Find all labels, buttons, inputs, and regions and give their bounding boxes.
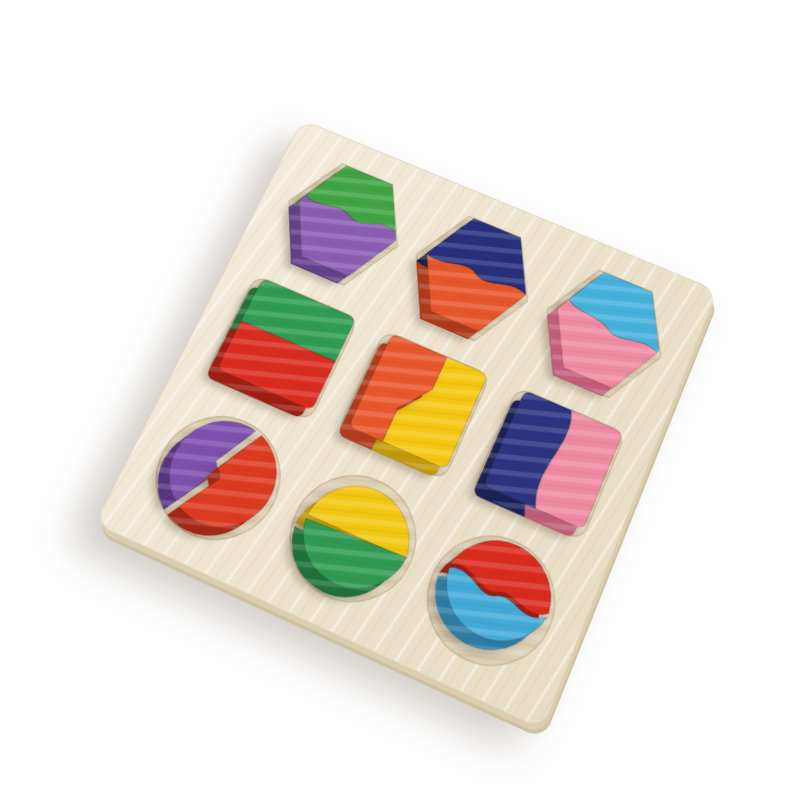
piece-pair <box>526 259 678 410</box>
piece-pair <box>206 276 356 421</box>
puzzle-board <box>94 119 718 729</box>
piece-pair <box>418 521 567 671</box>
piece-pair <box>139 402 294 556</box>
product-photo-scene <box>0 0 800 800</box>
piece-pair <box>472 388 622 541</box>
piece-pair <box>266 153 418 297</box>
board-grid <box>96 121 717 728</box>
piece-pair <box>337 331 487 480</box>
piece-pair <box>394 206 546 353</box>
piece-pair <box>274 466 426 617</box>
